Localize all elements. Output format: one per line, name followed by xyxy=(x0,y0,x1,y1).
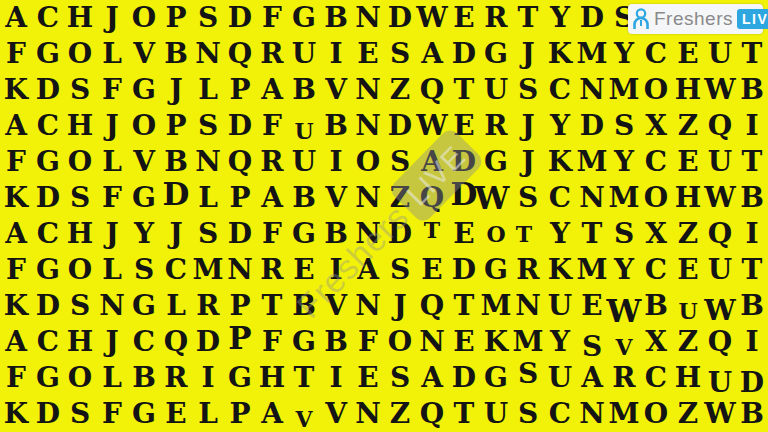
grid-cell-r5c12: O xyxy=(352,144,384,180)
grid-cell-r7c5: Y xyxy=(128,216,160,252)
grid-cell-r11c5: B xyxy=(128,360,160,396)
grid-cell-r7c17: T xyxy=(508,216,540,252)
grid-cell-r10c18: Y xyxy=(544,324,576,360)
grid-cell-r8c12: A xyxy=(352,252,384,288)
grid-cell-r10c6: Q xyxy=(160,324,192,360)
grid-cell-r12c16: U xyxy=(480,396,512,432)
grid-cell-r10c14: N xyxy=(416,324,448,360)
grid-cell-r2c13: S xyxy=(384,36,416,72)
grid-cell-r9c5: G xyxy=(128,288,160,324)
grid-cell-r3c17: S xyxy=(512,72,544,108)
grid-cell-r11c4: L xyxy=(96,360,128,396)
grid-cell-r6c3: S xyxy=(64,180,96,216)
grid-cell-r5c8: Q xyxy=(224,144,256,180)
grid-cell-r3c23: W xyxy=(704,72,736,108)
grid-cell-r9c11: V xyxy=(320,288,352,324)
grid-cell-r11c14: A xyxy=(416,360,448,396)
grid-cell-r11c11: I xyxy=(320,360,352,396)
grid-cell-r10c1: A xyxy=(0,324,32,360)
grid-cell-r5c22: E xyxy=(672,144,704,180)
grid-cell-r8c5: S xyxy=(128,252,160,288)
grid-cell-r11c16: G xyxy=(480,360,512,396)
grid-cell-r6c12: N xyxy=(352,180,384,216)
grid-cell-r8c10: E xyxy=(288,252,320,288)
grid-cell-r6c8: P xyxy=(224,180,256,216)
grid-cell-r11c21: C xyxy=(640,360,672,396)
grid-cell-r4c9: F xyxy=(256,108,288,144)
grid-cell-r12c8: P xyxy=(224,396,256,432)
grid-cell-r12c22: Z xyxy=(672,396,704,432)
grid-cell-r10c12: F xyxy=(352,324,384,360)
grid-cell-r10c16: K xyxy=(480,324,512,360)
grid-cell-r5c23: U xyxy=(704,144,736,180)
grid-cell-r3c14: Q xyxy=(416,72,448,108)
grid-cell-r6c7: L xyxy=(192,180,224,216)
grid-cell-r2c17: J xyxy=(512,36,544,72)
grid-cell-r4c18: Y xyxy=(544,108,576,144)
grid-cell-r3c4: F xyxy=(96,72,128,108)
grid-cell-r12c17: S xyxy=(512,396,544,432)
grid-cell-r4c20: S xyxy=(608,108,640,144)
grid-cell-r7c2: C xyxy=(32,216,64,252)
grid-cell-r7c8: D xyxy=(224,216,256,252)
grid-cell-r8c24: T xyxy=(736,252,768,288)
grid-cell-r12c23: W xyxy=(704,396,736,432)
grid-cell-r12c12: N xyxy=(352,396,384,432)
grid-cell-r10c13: O xyxy=(384,324,416,360)
grid-cell-r7c20: S xyxy=(608,216,640,252)
grid-cell-r3c2: D xyxy=(32,72,64,108)
grid-cell-r8c22: E xyxy=(672,252,704,288)
grid-cell-r7c12: N xyxy=(352,216,384,252)
grid-cell-r9c8: P xyxy=(224,288,256,324)
grid-cell-r10c9: F xyxy=(256,324,288,360)
grid-cell-r10c21: X xyxy=(640,324,672,360)
grid-cell-r1c9: F xyxy=(256,0,288,36)
grid-cell-r6c5: G xyxy=(128,180,160,216)
grid-cell-r5c17: J xyxy=(512,144,544,180)
grid-cell-r11c12: E xyxy=(352,360,384,396)
grid-cell-r11c6: R xyxy=(160,360,192,396)
grid-cell-r8c14: E xyxy=(416,252,448,288)
grid-cell-r11c3: O xyxy=(64,360,96,396)
grid-cell-r5c6: B xyxy=(160,144,192,180)
grid-cell-r2c14: A xyxy=(416,36,448,72)
grid-cell-r6c6: D xyxy=(160,176,192,212)
grid-cell-r11c10: T xyxy=(288,360,320,396)
grid-cell-r1c14: W xyxy=(416,0,448,36)
grid-cell-r5c16: G xyxy=(480,144,512,180)
word-search-puzzle: ACHJOPSDFGBNDWERTYDSXZQIFGOLVBNQRUIESADG… xyxy=(0,0,768,432)
grid-cell-r5c15: D xyxy=(448,144,480,180)
grid-cell-r4c4: J xyxy=(96,108,128,144)
grid-cell-r2c8: Q xyxy=(224,36,256,72)
grid-cell-r4c6: P xyxy=(160,108,192,144)
grid-cell-r11c20: R xyxy=(608,360,640,396)
grid-cell-r3c10: B xyxy=(288,72,320,108)
grid-cell-r3c12: N xyxy=(352,72,384,108)
grid-cell-r3c13: Z xyxy=(384,72,416,108)
grid-cell-r8c4: L xyxy=(96,252,128,288)
grid-cell-r3c15: T xyxy=(448,72,480,108)
grid-cell-r3c1: K xyxy=(0,72,32,108)
grid-cell-r4c16: R xyxy=(480,108,512,144)
grid-cell-r4c17: J xyxy=(512,108,544,144)
grid-cell-r10c24: I xyxy=(736,324,768,360)
grid-cell-r12c9: A xyxy=(256,396,288,432)
grid-cell-r4c8: D xyxy=(224,108,256,144)
grid-cell-r12c2: D xyxy=(32,396,64,432)
grid-cell-r3c20: M xyxy=(608,72,640,108)
grid-cell-r9c15: T xyxy=(448,288,480,324)
grid-cell-r8c16: G xyxy=(480,252,512,288)
grid-cell-r10c17: M xyxy=(512,324,544,360)
grid-cell-r7c3: H xyxy=(64,216,96,252)
grid-cell-r6c4: F xyxy=(96,180,128,216)
grid-cell-r2c2: G xyxy=(32,36,64,72)
grid-cell-r10c2: C xyxy=(32,324,64,360)
grid-cell-r3c6: J xyxy=(160,72,192,108)
grid-cell-r3c8: P xyxy=(224,72,256,108)
grid-cell-r8c19: M xyxy=(576,252,608,288)
grid-cell-r8c17: R xyxy=(512,252,544,288)
grid-cell-r9c7: R xyxy=(192,288,224,324)
grid-cell-r3c22: H xyxy=(672,72,704,108)
grid-cell-r7c11: B xyxy=(320,216,352,252)
grid-cell-r9c12: N xyxy=(352,288,384,324)
grid-cell-r9c9: T xyxy=(256,288,288,324)
grid-cell-r8c9: R xyxy=(256,252,288,288)
grid-cell-r3c16: U xyxy=(480,72,512,108)
grid-cell-r5c7: N xyxy=(192,144,224,180)
grid-cell-r6c17: S xyxy=(512,180,544,216)
grid-cell-r3c7: L xyxy=(192,72,224,108)
grid-cell-r6c2: D xyxy=(32,180,64,216)
grid-cell-r7c14: T xyxy=(416,212,448,248)
grid-cell-r5c2: G xyxy=(32,144,64,180)
grid-cell-r9c17: N xyxy=(512,288,544,324)
grid-cell-r9c19: E xyxy=(576,288,608,324)
grid-cell-r5c5: V xyxy=(128,144,160,180)
grid-cell-r5c19: M xyxy=(576,144,608,180)
grid-cell-r9c24: B xyxy=(736,288,768,324)
grid-cell-r12c13: Z xyxy=(384,396,416,432)
grid-cell-r6c18: C xyxy=(544,180,576,216)
grid-cell-r7c10: G xyxy=(288,216,320,252)
grid-cell-r11c9: H xyxy=(256,360,288,396)
grid-cell-r6c9: A xyxy=(256,180,288,216)
grid-cell-r8c23: U xyxy=(704,252,736,288)
grid-cell-r5c10: U xyxy=(288,144,320,180)
grid-cell-r12c11: V xyxy=(320,396,352,432)
person-icon xyxy=(631,7,651,31)
grid-cell-r1c3: H xyxy=(64,0,96,36)
grid-cell-r12c3: S xyxy=(64,396,96,432)
grid-cell-r11c18: U xyxy=(544,360,576,396)
grid-cell-r9c13: J xyxy=(384,288,416,324)
grid-cell-r4c2: C xyxy=(32,108,64,144)
grid-cell-r1c13: D xyxy=(384,0,416,36)
grid-cell-r7c9: F xyxy=(256,216,288,252)
grid-cell-r2c7: N xyxy=(192,36,224,72)
grid-cell-r10c7: D xyxy=(192,324,224,360)
grid-cell-r2c10: U xyxy=(288,36,320,72)
grid-cell-r9c2: D xyxy=(32,288,64,324)
grid-cell-r7c1: A xyxy=(0,216,32,252)
grid-cell-r9c16: M xyxy=(480,288,512,324)
grid-cell-r4c24: I xyxy=(736,108,768,144)
grid-cell-r5c18: K xyxy=(544,144,576,180)
grid-cell-r2c21: C xyxy=(640,36,672,72)
grid-cell-r9c20: W xyxy=(608,293,640,329)
grid-cell-r8c15: D xyxy=(448,252,480,288)
grid-cell-r3c9: A xyxy=(256,72,288,108)
grid-cell-r5c13: S xyxy=(384,144,416,180)
grid-cell-r8c13: S xyxy=(384,252,416,288)
grid-cell-r7c23: Q xyxy=(704,216,736,252)
grid-cell-r7c15: E xyxy=(448,216,480,252)
grid-cell-r1c16: R xyxy=(480,0,512,36)
grid-cell-r5c20: Y xyxy=(608,144,640,180)
grid-cell-r7c21: X xyxy=(640,216,672,252)
grid-cell-r6c19: N xyxy=(576,180,608,216)
grid-cell-r12c15: T xyxy=(448,396,480,432)
grid-cell-r1c2: C xyxy=(32,0,64,36)
grid-cell-r9c18: U xyxy=(544,288,576,324)
grid-cell-r9c4: N xyxy=(96,288,128,324)
grid-cell-r8c20: Y xyxy=(608,252,640,288)
grid-cell-r10c22: Z xyxy=(672,324,704,360)
grid-cell-r7c19: T xyxy=(576,216,608,252)
grid-cell-r11c22: H xyxy=(672,360,704,396)
grid-cell-r11c17: S xyxy=(512,356,544,392)
grid-cell-r3c21: O xyxy=(640,72,672,108)
grid-cell-r12c21: O xyxy=(640,396,672,432)
grid-cell-r5c21: C xyxy=(640,144,672,180)
grid-cell-r4c19: D xyxy=(576,108,608,144)
grid-cell-r5c14: A xyxy=(416,144,448,180)
grid-cell-r2c4: L xyxy=(96,36,128,72)
grid-cell-r12c24: B xyxy=(736,396,768,432)
grid-cell-r9c3: S xyxy=(64,288,96,324)
grid-cell-r7c22: Z xyxy=(672,216,704,252)
grid-cell-r4c1: A xyxy=(0,108,32,144)
grid-cell-r8c8: N xyxy=(224,252,256,288)
grid-cell-r2c20: Y xyxy=(608,36,640,72)
grid-cell-r8c1: F xyxy=(0,252,32,288)
grid-cell-r11c19: A xyxy=(576,360,608,396)
grid-cell-r1c17: T xyxy=(512,0,544,36)
grid-cell-r3c19: N xyxy=(576,72,608,108)
grid-cell-r2c24: T xyxy=(736,36,768,72)
grid-cell-r9c6: L xyxy=(160,288,192,324)
grid-cell-r2c18: K xyxy=(544,36,576,72)
grid-cell-r8c21: C xyxy=(640,252,672,288)
grid-cell-r8c18: K xyxy=(544,252,576,288)
grid-cell-r7c7: S xyxy=(192,216,224,252)
grid-cell-r10c23: Q xyxy=(704,324,736,360)
grid-cell-r4c7: S xyxy=(192,108,224,144)
grid-cell-r10c4: J xyxy=(96,324,128,360)
grid-cell-r4c21: X xyxy=(640,108,672,144)
grid-cell-r9c1: K xyxy=(0,288,32,324)
grid-cell-r12c18: C xyxy=(544,396,576,432)
grid-cell-r5c24: T xyxy=(736,144,768,180)
grid-cell-r6c10: B xyxy=(288,180,320,216)
grid-cell-r2c23: U xyxy=(704,36,736,72)
grid-cell-r6c14: Q xyxy=(416,180,448,216)
grid-cell-r8c7: M xyxy=(192,252,224,288)
grid-cell-r10c5: C xyxy=(128,324,160,360)
grid-cell-r10c11: B xyxy=(320,324,352,360)
grid-cell-r12c5: G xyxy=(128,396,160,432)
grid-cell-r6c20: M xyxy=(608,180,640,216)
grid-cell-r6c13: Z xyxy=(384,180,416,216)
grid-cell-r1c10: G xyxy=(288,0,320,36)
grid-cell-r8c2: G xyxy=(32,252,64,288)
grid-cell-r11c1: F xyxy=(0,360,32,396)
fresherslive-logo: Freshers LIVE xyxy=(628,4,763,34)
grid-cell-r2c22: E xyxy=(672,36,704,72)
grid-cell-r7c13: D xyxy=(384,216,416,252)
grid-cell-r4c3: H xyxy=(64,108,96,144)
grid-cell-r6c22: H xyxy=(672,180,704,216)
grid-cell-r4c15: E xyxy=(448,108,480,144)
grid-cell-r3c11: V xyxy=(320,72,352,108)
grid-cell-r5c1: F xyxy=(0,144,32,180)
grid-cell-r1c4: J xyxy=(96,0,128,36)
grid-cell-r7c6: J xyxy=(160,216,192,252)
logo-brand-text: Freshers xyxy=(654,8,733,30)
grid-cell-r4c14: W xyxy=(416,108,448,144)
grid-cell-r2c6: B xyxy=(160,36,192,72)
grid-cell-r2c1: F xyxy=(0,36,32,72)
grid-cell-r6c16: W xyxy=(476,180,508,216)
grid-cell-r3c24: B xyxy=(736,72,768,108)
grid-cell-r9c21: B xyxy=(640,288,672,324)
grid-cell-r5c9: R xyxy=(256,144,288,180)
grid-cell-r3c3: S xyxy=(64,72,96,108)
grid-cell-r11c13: S xyxy=(384,360,416,396)
grid-cell-r7c4: J xyxy=(96,216,128,252)
grid-cell-r8c3: O xyxy=(64,252,96,288)
grid-cell-r9c10: B xyxy=(288,288,320,324)
grid-cell-r4c11: B xyxy=(320,108,352,144)
grid-cell-r1c15: E xyxy=(448,0,480,36)
grid-cell-r1c8: D xyxy=(224,0,256,36)
grid-cell-r12c1: K xyxy=(0,396,32,432)
grid-cell-r12c4: F xyxy=(96,396,128,432)
grid-cell-r6c23: W xyxy=(704,180,736,216)
grid-cell-r12c19: N xyxy=(576,396,608,432)
grid-cell-r10c10: G xyxy=(288,324,320,360)
grid-cell-r11c15: D xyxy=(448,360,480,396)
grid-cell-r5c4: L xyxy=(96,144,128,180)
grid-cell-r1c18: Y xyxy=(544,0,576,36)
grid-cell-r5c3: O xyxy=(64,144,96,180)
grid-cell-r2c3: O xyxy=(64,36,96,72)
word-search-grid: ACHJOPSDFGBNDWERTYDSXZQIFGOLVBNQRUIESADG… xyxy=(0,0,768,432)
grid-cell-r4c23: Q xyxy=(704,108,736,144)
grid-cell-r1c5: O xyxy=(128,0,160,36)
grid-cell-r2c16: G xyxy=(480,36,512,72)
grid-cell-r2c5: V xyxy=(128,36,160,72)
grid-cell-r11c2: G xyxy=(32,360,64,396)
grid-cell-r10c3: H xyxy=(64,324,96,360)
grid-cell-r12c14: Q xyxy=(416,396,448,432)
grid-cell-r9c14: Q xyxy=(416,288,448,324)
grid-cell-r7c18: Y xyxy=(544,216,576,252)
grid-cell-r6c21: O xyxy=(640,180,672,216)
grid-cell-r4c5: O xyxy=(128,108,160,144)
grid-cell-r1c11: B xyxy=(320,0,352,36)
grid-cell-r12c10: V xyxy=(288,401,320,432)
grid-cell-r2c9: R xyxy=(256,36,288,72)
grid-cell-r6c24: B xyxy=(736,180,768,216)
grid-cell-r3c18: C xyxy=(544,72,576,108)
grid-cell-r12c6: E xyxy=(160,396,192,432)
grid-cell-r11c8: G xyxy=(224,360,256,396)
grid-cell-r8c11: I xyxy=(320,252,352,288)
grid-cell-r3c5: G xyxy=(128,72,160,108)
grid-cell-r12c7: L xyxy=(192,396,224,432)
grid-cell-r2c12: E xyxy=(352,36,384,72)
grid-cell-r8c6: C xyxy=(160,252,192,288)
grid-cell-r2c15: D xyxy=(448,36,480,72)
grid-cell-r2c19: M xyxy=(576,36,608,72)
grid-cell-r5c11: I xyxy=(320,144,352,180)
grid-cell-r2c11: I xyxy=(320,36,352,72)
grid-cell-r11c7: I xyxy=(192,360,224,396)
grid-cell-r1c12: N xyxy=(352,0,384,36)
grid-cell-r4c13: D xyxy=(384,108,416,144)
grid-cell-r4c22: Z xyxy=(672,108,704,144)
grid-cell-r7c24: I xyxy=(736,216,768,252)
grid-cell-r6c11: V xyxy=(320,180,352,216)
grid-cell-r1c19: D xyxy=(576,0,608,36)
grid-cell-r6c1: K xyxy=(0,180,32,216)
grid-cell-r4c12: N xyxy=(352,108,384,144)
grid-cell-r1c1: A xyxy=(0,0,32,36)
logo-live-badge: LIVE xyxy=(737,9,768,29)
grid-cell-r1c7: S xyxy=(192,0,224,36)
grid-cell-r1c6: P xyxy=(160,0,192,36)
grid-cell-r12c20: M xyxy=(608,396,640,432)
grid-cell-r10c8: P xyxy=(224,320,256,356)
grid-cell-r10c15: E xyxy=(448,324,480,360)
